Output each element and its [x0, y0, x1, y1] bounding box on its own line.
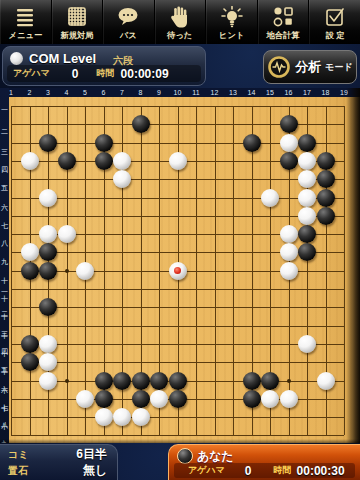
column-label: 17 [303, 89, 311, 97]
white-stone [150, 390, 168, 408]
undo-button[interactable]: 待った [155, 0, 207, 44]
analysis-label-sub: モード [325, 61, 352, 74]
grid-hline [11, 179, 344, 180]
go-board[interactable]: 12345678910111213141516171819 一二三四五六七八九十… [0, 88, 360, 443]
black-stone [95, 152, 113, 170]
row-coordinates: 一二三四五六七八九十十一十二十三十四十五十六十七十八十九 [0, 88, 9, 443]
player-captures-label: アゲハマ [188, 464, 225, 477]
white-stone [169, 262, 187, 280]
white-stone [113, 170, 131, 188]
player-time-value: 00:00:30 [297, 464, 345, 478]
grid-hline [11, 106, 344, 107]
player-capture-time-row: アゲハマ 0 時間 00:00:30 [174, 463, 355, 478]
opponent-captures-value: 0 [72, 67, 79, 81]
column-label: 5 [83, 89, 87, 97]
black-stone [298, 225, 316, 243]
opponent-name: COM Level [29, 51, 96, 66]
column-label: 8 [139, 89, 143, 97]
white-stone [113, 152, 131, 170]
column-label: 4 [65, 89, 69, 97]
hand-icon [169, 5, 191, 29]
star-point [287, 379, 291, 383]
menu-button[interactable]: メニュー [0, 0, 52, 44]
white-stone [298, 335, 316, 353]
black-stone [95, 134, 113, 152]
black-stone [169, 390, 187, 408]
hint-label: ヒント [219, 30, 244, 42]
black-stone [58, 152, 76, 170]
black-stone [317, 170, 335, 188]
white-stone [280, 225, 298, 243]
board-edge-shadow [346, 88, 360, 443]
black-stone [21, 335, 39, 353]
white-stone [298, 189, 316, 207]
grid-hline [11, 326, 344, 327]
checkbox-icon [324, 5, 346, 29]
player-captures-value: 0 [245, 464, 252, 478]
black-stone [169, 372, 187, 390]
column-label: 12 [211, 89, 219, 97]
white-stone [21, 243, 39, 261]
black-stone [95, 372, 113, 390]
white-stone [317, 372, 335, 390]
grid-hline [11, 344, 344, 345]
new-game-button[interactable]: 新規対局 [52, 0, 104, 44]
analysis-waveform-icon [267, 55, 291, 79]
white-stone [169, 152, 187, 170]
grid-vline [344, 106, 345, 435]
grid-hline [11, 198, 344, 199]
white-stone [261, 390, 279, 408]
komi-value: 6目半 [76, 446, 107, 463]
column-coordinates: 12345678910111213141516171819 [0, 88, 360, 97]
column-label: 16 [285, 89, 293, 97]
column-label: 10 [174, 89, 182, 97]
speech-bubble-icon [116, 5, 140, 29]
black-stone [132, 390, 150, 408]
bottom-bar: コミ 6目半 置石 無し あなた アゲハマ 0 時間 00:00:30 [0, 443, 360, 480]
komi-label: コミ [8, 448, 28, 462]
column-label: 18 [322, 89, 330, 97]
opponent-time-value: 00:00:09 [121, 67, 169, 81]
opponent-panel: COM Level 六段 アゲハマ 0 時間 00:00:09 [2, 46, 206, 86]
white-stone [21, 152, 39, 170]
analysis-mode-button[interactable]: 分析 モード [263, 50, 357, 84]
komi-row: コミ 6目半 [8, 447, 107, 462]
grid-hline [11, 435, 344, 436]
column-label: 3 [46, 89, 50, 97]
column-label: 7 [120, 89, 124, 97]
black-stone [21, 353, 39, 371]
black-stone [132, 372, 150, 390]
white-stone [132, 408, 150, 426]
white-stone [39, 335, 57, 353]
opponent-info-bar: COM Level 六段 アゲハマ 0 時間 00:00:09 分析 モード [0, 44, 360, 88]
white-stone [39, 353, 57, 371]
black-stone [150, 372, 168, 390]
column-label: 6 [102, 89, 106, 97]
white-stone [113, 408, 131, 426]
black-stone [39, 134, 57, 152]
opponent-time-label: 時間 [97, 67, 115, 80]
black-stone [298, 243, 316, 261]
black-stone [39, 243, 57, 261]
opponent-captures-label: アゲハマ [13, 67, 50, 80]
pass-button[interactable]: パス [103, 0, 155, 44]
grid-hline [11, 216, 344, 217]
star-point [65, 269, 69, 273]
grid-hline [11, 417, 344, 418]
rules-panel: コミ 6目半 置石 無し [0, 444, 118, 480]
opponent-capture-time-row: アゲハマ 0 時間 00:00:09 [7, 65, 201, 82]
black-stone [21, 262, 39, 280]
analysis-label-main: 分析 [295, 58, 321, 76]
white-stone [280, 243, 298, 261]
player-time-label: 時間 [274, 464, 292, 477]
new-game-label: 新規対局 [60, 30, 93, 42]
territory-label: 地合計算 [267, 30, 300, 42]
white-stone [39, 189, 57, 207]
white-stone [280, 262, 298, 280]
black-stone [95, 390, 113, 408]
white-stone [298, 207, 316, 225]
player-panel: あなた アゲハマ 0 時間 00:00:30 [168, 444, 360, 480]
black-stone-icon [177, 448, 193, 464]
black-stone [280, 115, 298, 133]
column-label: 1 [9, 89, 13, 97]
territory-shapes-icon [272, 5, 294, 29]
territory-button[interactable]: 地合計算 [258, 0, 310, 44]
undo-label: 待った [167, 30, 192, 42]
black-stone [132, 115, 150, 133]
white-stone [58, 225, 76, 243]
menu-label: メニュー [8, 30, 42, 42]
black-stone [280, 152, 298, 170]
handicap-row: 置石 無し [8, 463, 107, 478]
pass-label: パス [120, 30, 137, 42]
white-stone-icon [10, 52, 23, 65]
settings-button[interactable]: 設 定 [309, 0, 360, 44]
white-stone [280, 134, 298, 152]
black-stone [317, 207, 335, 225]
white-stone [298, 152, 316, 170]
column-label: 2 [28, 89, 32, 97]
toolbar: メニュー 新規対局 パス 待った ヒント [0, 0, 360, 44]
grid-hline [11, 307, 344, 308]
black-stone [317, 189, 335, 207]
go-app-screen: メニュー 新規対局 パス 待った ヒント [0, 0, 360, 480]
white-stone [261, 189, 279, 207]
white-stone [76, 262, 94, 280]
grid-hline [11, 289, 344, 290]
last-move-marker [174, 267, 181, 274]
white-stone [298, 170, 316, 188]
settings-label: 設 定 [325, 30, 344, 42]
menu-icon [14, 5, 36, 29]
black-stone [298, 134, 316, 152]
handicap-label: 置石 [8, 464, 28, 478]
grid-hline [11, 362, 344, 363]
white-stone [39, 372, 57, 390]
handicap-value: 無し [83, 462, 107, 479]
black-stone [113, 372, 131, 390]
new-game-grid-icon [66, 5, 88, 29]
black-stone [39, 298, 57, 316]
white-stone [280, 390, 298, 408]
black-stone [243, 390, 261, 408]
column-label: 13 [229, 89, 237, 97]
white-stone [95, 408, 113, 426]
black-stone [243, 372, 261, 390]
column-label: 11 [192, 89, 199, 97]
column-label: 14 [248, 89, 256, 97]
lightbulb-icon [220, 5, 244, 29]
column-label: 9 [157, 89, 161, 97]
column-label: 15 [266, 89, 274, 97]
star-point [65, 379, 69, 383]
white-stone [39, 225, 57, 243]
black-stone [261, 372, 279, 390]
white-stone [76, 390, 94, 408]
hint-button[interactable]: ヒント [206, 0, 258, 44]
black-stone [317, 152, 335, 170]
black-stone [39, 262, 57, 280]
black-stone [243, 134, 261, 152]
